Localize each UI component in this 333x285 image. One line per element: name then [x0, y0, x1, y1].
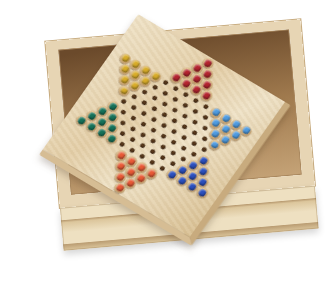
- hole-icon: [181, 134, 188, 140]
- hole-icon: [191, 130, 198, 136]
- hole-icon: [193, 97, 200, 103]
- hole-icon: [140, 110, 147, 116]
- hole-icon: [172, 85, 179, 91]
- hole-icon: [190, 151, 197, 157]
- hole-icon: [119, 131, 126, 137]
- chinese-checkers-scene: [0, 0, 333, 285]
- hole-icon: [183, 91, 190, 97]
- hole-icon: [141, 100, 148, 106]
- hole-icon: [151, 95, 158, 101]
- hole-icon: [150, 138, 157, 144]
- hole-icon: [129, 126, 136, 132]
- hole-icon: [182, 113, 189, 119]
- hole-icon: [201, 136, 208, 142]
- hole-icon: [159, 155, 166, 161]
- hole-icon: [128, 148, 135, 154]
- hole-icon: [129, 137, 136, 143]
- hole-icon: [120, 98, 127, 104]
- hole-icon: [139, 154, 146, 160]
- hole-icon: [130, 115, 137, 121]
- hole-icon: [152, 84, 159, 90]
- hole-icon: [150, 127, 157, 133]
- hole-icon: [203, 103, 210, 109]
- hole-icon: [160, 144, 167, 150]
- hole-icon: [169, 161, 176, 167]
- hole-icon: [120, 109, 127, 115]
- hole-icon: [171, 128, 178, 134]
- hole-icon: [131, 94, 138, 100]
- hole-icon: [192, 119, 199, 125]
- hole-icon: [162, 79, 169, 85]
- hole-icon: [170, 139, 177, 145]
- hole-icon: [150, 116, 157, 122]
- hole-icon: [172, 107, 179, 113]
- hole-icon: [149, 149, 156, 155]
- hole-icon: [161, 101, 168, 107]
- hole-icon: [170, 150, 177, 156]
- hole-icon: [201, 146, 208, 152]
- hole-icon: [181, 124, 188, 130]
- hole-icon: [172, 96, 179, 102]
- hole-icon: [182, 102, 189, 108]
- hole-icon: [162, 90, 169, 96]
- hole-icon: [161, 112, 168, 118]
- hole-icon: [180, 145, 187, 151]
- hole-icon: [139, 132, 146, 138]
- hole-icon: [180, 156, 187, 162]
- hole-icon: [202, 114, 209, 120]
- hole-icon: [159, 166, 166, 172]
- hole-icon: [192, 108, 199, 114]
- hole-icon: [118, 141, 125, 147]
- hole-icon: [140, 121, 147, 127]
- hole-icon: [171, 118, 178, 124]
- hole-icon: [151, 106, 158, 112]
- hole-icon: [160, 133, 167, 139]
- hole-icon: [141, 89, 148, 95]
- hole-icon: [191, 140, 198, 146]
- hole-icon: [149, 160, 156, 166]
- hole-icon: [119, 120, 126, 126]
- hole-icon: [161, 122, 168, 128]
- hole-icon: [202, 125, 209, 131]
- hole-icon: [130, 104, 137, 110]
- hole-icon: [139, 143, 146, 149]
